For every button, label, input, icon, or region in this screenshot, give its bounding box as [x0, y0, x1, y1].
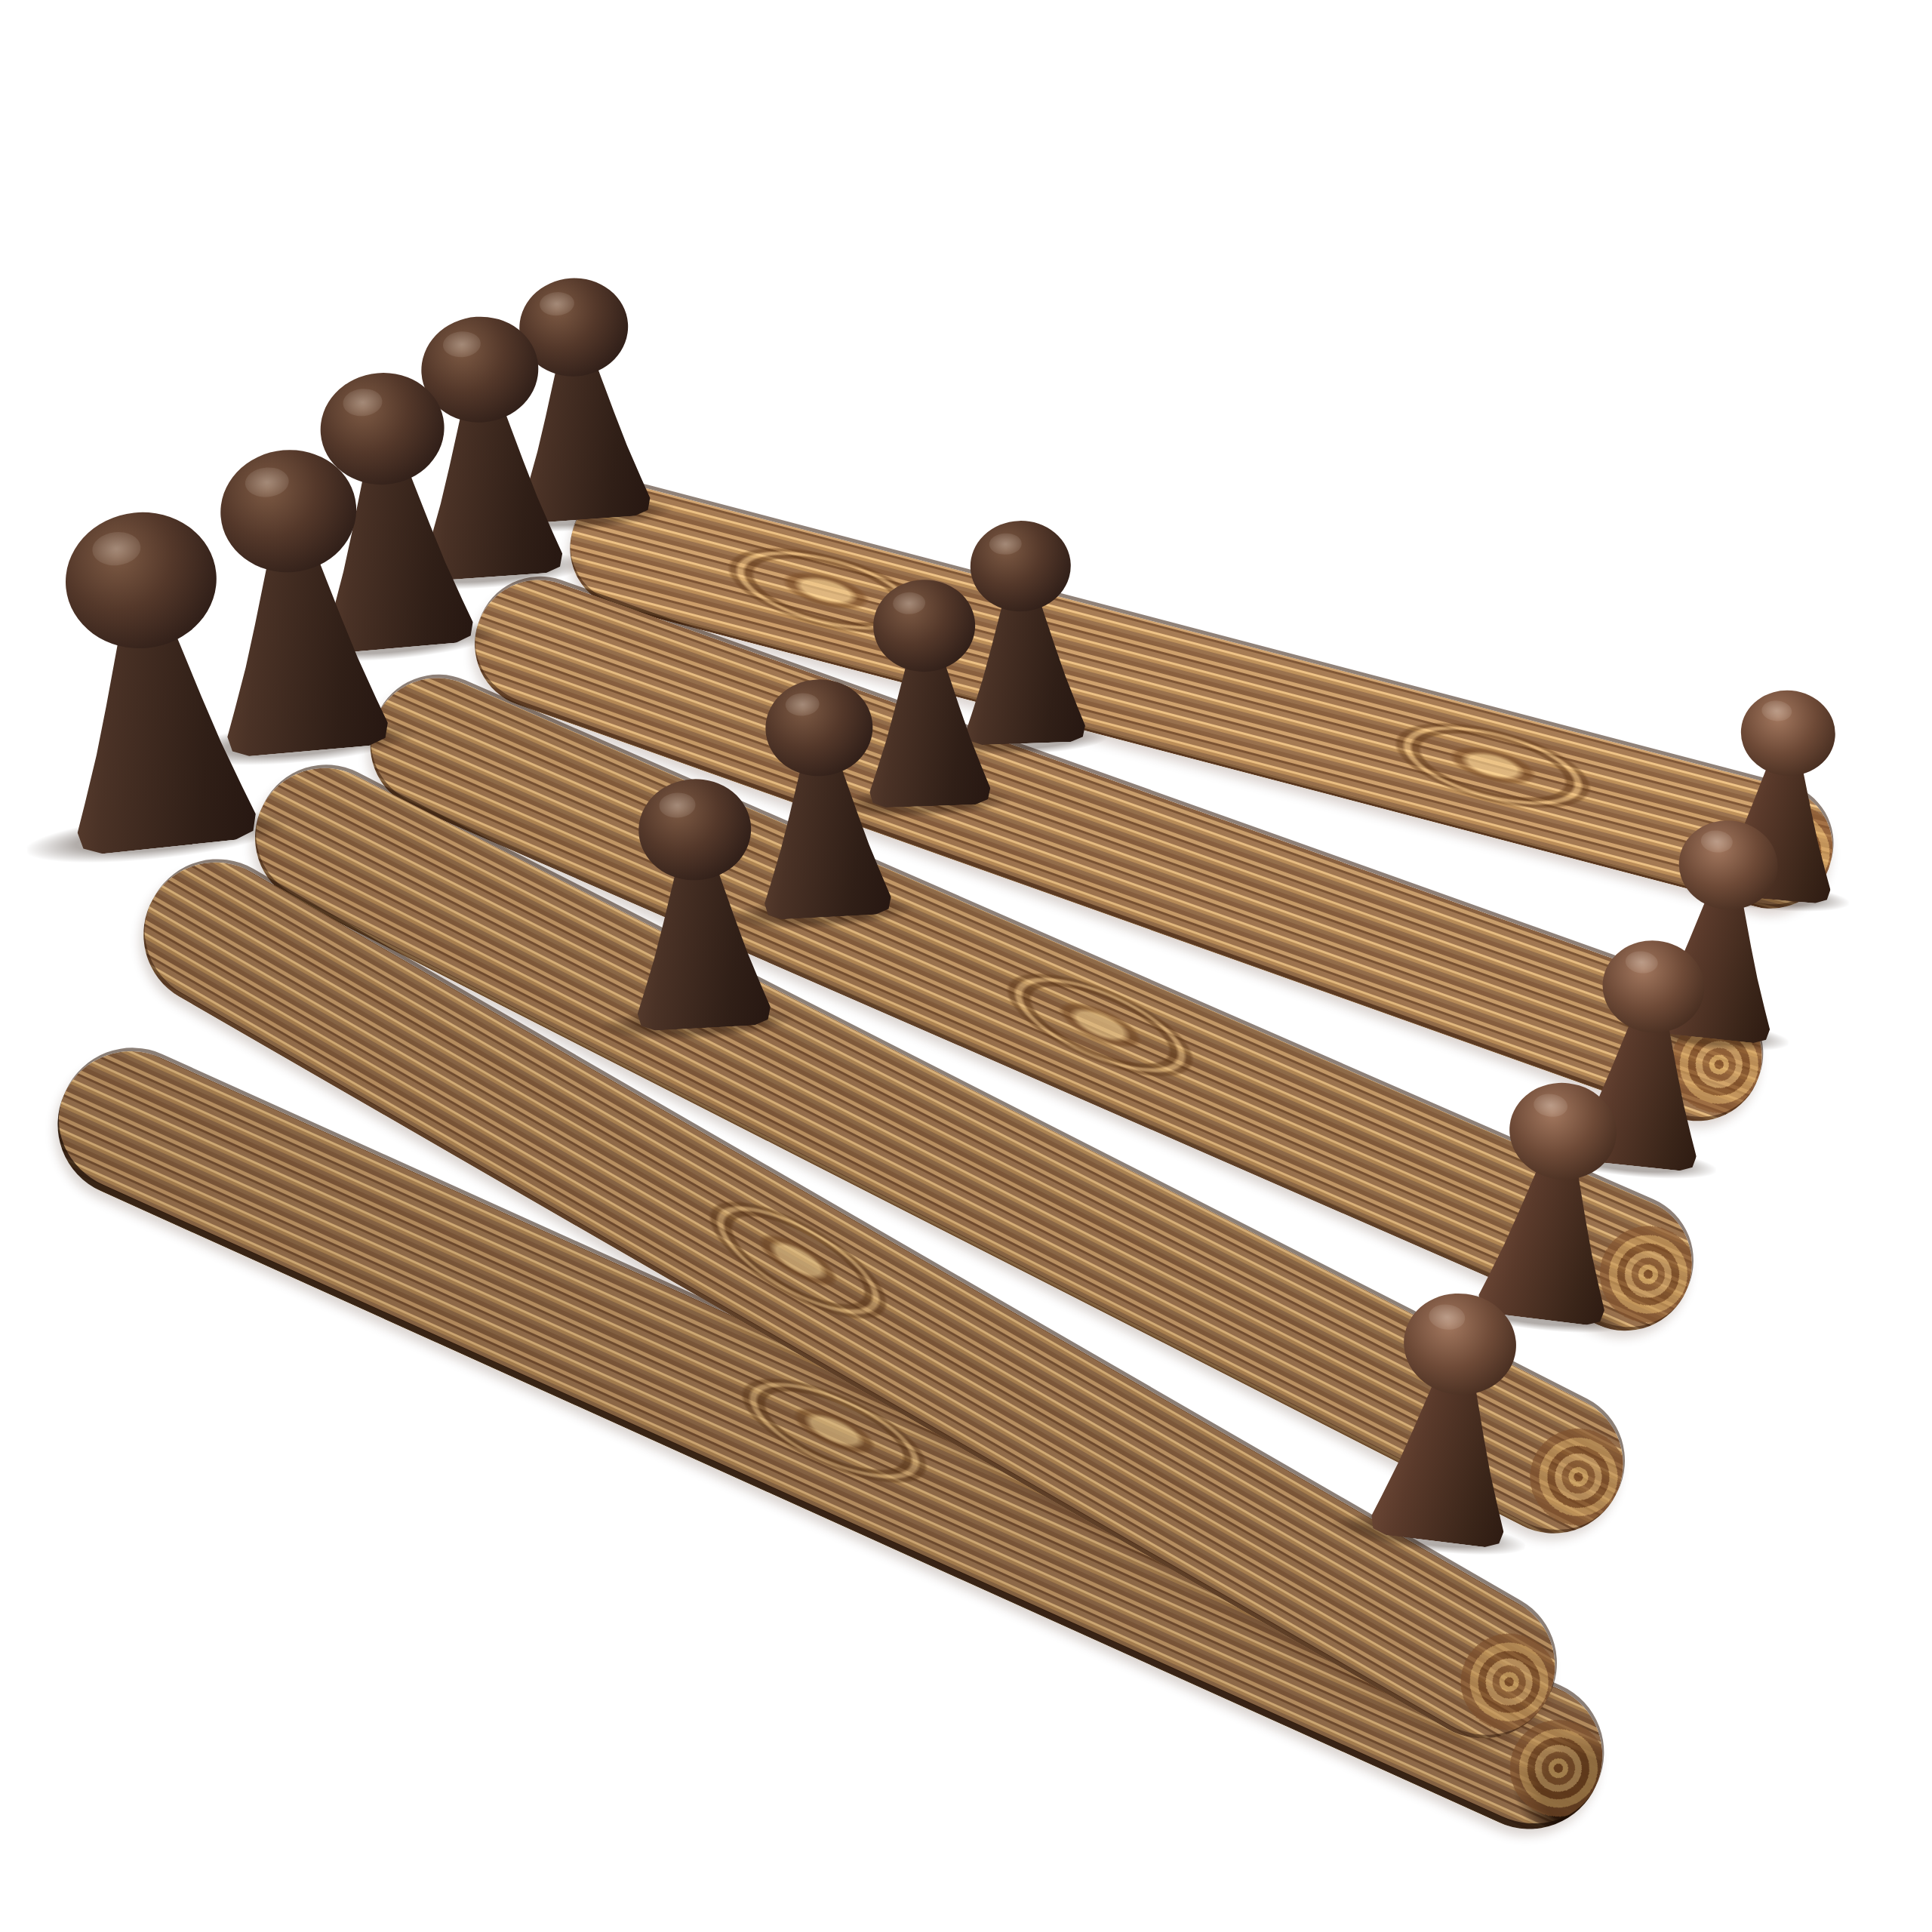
pawn-head — [59, 505, 223, 656]
pawn-head — [1675, 816, 1783, 915]
pawn-near-2[interactable] — [1466, 1074, 1641, 1327]
pawn-head — [1737, 687, 1838, 780]
pawn-mid-1[interactable] — [614, 775, 782, 1032]
scene — [0, 0, 1932, 1932]
pawn-far-1[interactable] — [30, 502, 272, 857]
pawn-head — [635, 777, 753, 884]
pawn-head — [1598, 936, 1709, 1038]
pawn-head — [1503, 1077, 1622, 1186]
pawn-near-1[interactable] — [1358, 1284, 1543, 1551]
pawn-head — [1398, 1287, 1521, 1401]
pawn-head — [872, 578, 977, 674]
pawn-head — [763, 677, 875, 779]
